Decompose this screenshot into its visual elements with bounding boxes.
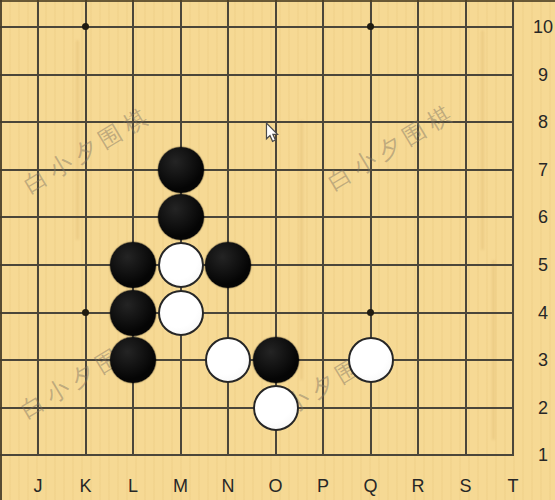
row-label-3: 3 (538, 350, 548, 371)
row-label-4: 4 (538, 302, 548, 323)
star-point-Q4 (367, 309, 374, 316)
black-stone-L3[interactable] (110, 337, 156, 383)
column-label-K: K (79, 477, 91, 495)
column-label-L: L (128, 477, 138, 495)
black-stone-M6[interactable] (158, 194, 204, 240)
black-stone-N5[interactable] (205, 242, 251, 288)
row-label-10: 10 (533, 17, 553, 38)
column-label-S: S (459, 477, 471, 495)
column-label-Q: Q (363, 477, 377, 495)
column-label-P: P (317, 477, 329, 495)
row-label-6: 6 (538, 207, 548, 228)
star-point-K4 (82, 309, 89, 316)
white-stone-N3[interactable] (205, 337, 251, 383)
left-edge-border (0, 0, 2, 500)
star-point-K10 (82, 23, 89, 30)
white-stone-M5[interactable] (158, 242, 204, 288)
column-label-J: J (34, 477, 43, 495)
black-stone-L5[interactable] (110, 242, 156, 288)
black-stone-O3[interactable] (253, 337, 299, 383)
column-label-N: N (222, 477, 235, 495)
row-label-1: 1 (538, 445, 548, 466)
white-stone-Q3[interactable] (348, 337, 394, 383)
row-label-2: 2 (538, 397, 548, 418)
black-stone-L4[interactable] (110, 290, 156, 336)
row-label-5: 5 (538, 255, 548, 276)
top-edge-border (0, 0, 555, 2)
go-board[interactable]: 白小夕围棋白小夕围棋白小夕围棋白小夕围棋 JKLMNOPQRST10987654… (0, 0, 555, 500)
white-stone-M4[interactable] (158, 290, 204, 336)
intersection-grid[interactable] (14, 3, 537, 479)
mouse-cursor-icon (265, 122, 279, 143)
column-label-M: M (173, 477, 188, 495)
column-label-O: O (268, 477, 282, 495)
white-stone-O2[interactable] (253, 385, 299, 431)
black-stone-M7[interactable] (158, 147, 204, 193)
star-point-Q10 (367, 23, 374, 30)
column-label-R: R (412, 477, 425, 495)
row-label-7: 7 (538, 159, 548, 180)
row-label-9: 9 (538, 64, 548, 85)
row-label-8: 8 (538, 112, 548, 133)
column-label-T: T (508, 477, 519, 495)
